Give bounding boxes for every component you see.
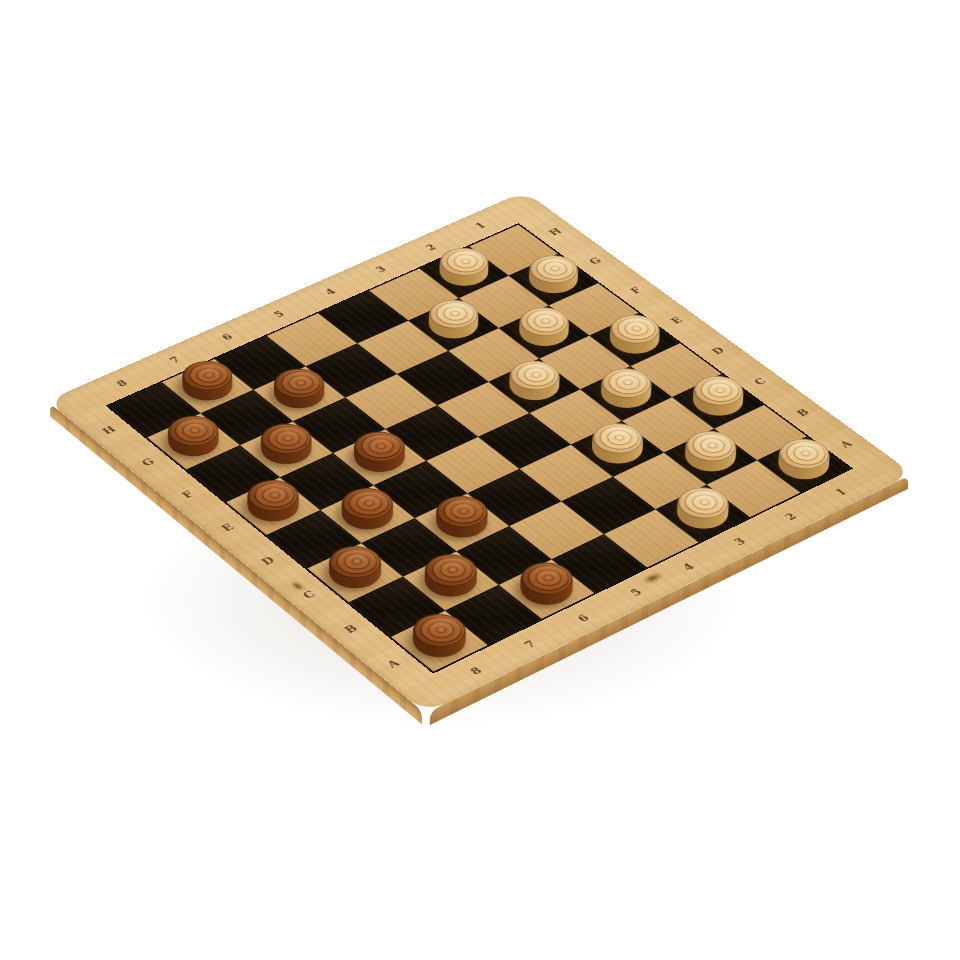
file-label-bottom-F: F bbox=[172, 485, 203, 504]
file-label-bottom-G: G bbox=[132, 453, 163, 472]
rank-label-left-7: 7 bbox=[159, 351, 189, 369]
file-label-bottom-H: H bbox=[93, 421, 124, 440]
rank-label-left-5: 5 bbox=[264, 305, 294, 323]
rank-label-left-3: 3 bbox=[366, 261, 396, 278]
file-label-top-H: H bbox=[540, 223, 569, 240]
rank-label-right-4: 4 bbox=[672, 557, 704, 577]
rank-label-left-6: 6 bbox=[212, 328, 242, 346]
board-grid: ⛀⛀⛀⛀⛀⛀⛀⛀⛀⛀⛀⛀⛂⛂⛂⛂⛂⛂⛂⛂⛂⛂⛂⛂ bbox=[108, 225, 850, 672]
file-label-top-E: E bbox=[661, 311, 691, 329]
file-label-bottom-A: A bbox=[377, 653, 409, 674]
board-frame: ⛀⛀⛀⛀⛀⛀⛀⛀⛀⛀⛀⛀⛂⛂⛂⛂⛂⛂⛂⛂⛂⛂⛂⛂ HGFEDCBAHGFEDCB… bbox=[47, 191, 913, 713]
file-label-bottom-B: B bbox=[335, 619, 367, 639]
file-label-top-G: G bbox=[580, 252, 610, 269]
file-label-bottom-E: E bbox=[212, 518, 244, 537]
checker-dark-c8[interactable]: ⛂ bbox=[319, 550, 391, 595]
rank-label-right-2: 2 bbox=[775, 507, 806, 526]
rank-label-left-4: 4 bbox=[315, 283, 345, 300]
rank-label-right-7: 7 bbox=[514, 634, 546, 654]
photo-scene: ⛀⛀⛀⛀⛀⛀⛀⛀⛀⛀⛀⛀⛂⛂⛂⛂⛂⛂⛂⛂⛂⛂⛂⛂ HGFEDCBAHGFEDCB… bbox=[0, 0, 960, 960]
rank-label-left-8: 8 bbox=[106, 374, 137, 392]
rank-label-left-2: 2 bbox=[416, 239, 446, 256]
checker-dark-a8[interactable]: ⛂ bbox=[403, 618, 476, 664]
file-label-top-D: D bbox=[703, 342, 733, 360]
file-label-bottom-D: D bbox=[252, 551, 284, 571]
rank-label-right-1: 1 bbox=[825, 482, 856, 501]
rank-label-right-6: 6 bbox=[567, 608, 599, 628]
file-label-bottom-C: C bbox=[293, 585, 325, 605]
rank-label-right-8: 8 bbox=[459, 660, 492, 681]
file-label-top-C: C bbox=[745, 372, 776, 390]
file-label-top-A: A bbox=[830, 435, 861, 454]
checkers-board: ⛀⛀⛀⛀⛀⛀⛀⛀⛀⛀⛀⛀⛂⛂⛂⛂⛂⛂⛂⛂⛂⛂⛂⛂ HGFEDCBAHGFEDCB… bbox=[47, 191, 913, 713]
rank-label-right-3: 3 bbox=[724, 532, 756, 551]
file-label-top-F: F bbox=[620, 282, 650, 299]
rank-label-right-5: 5 bbox=[620, 582, 652, 602]
rank-label-left-1: 1 bbox=[465, 217, 494, 234]
file-label-top-B: B bbox=[787, 403, 818, 421]
